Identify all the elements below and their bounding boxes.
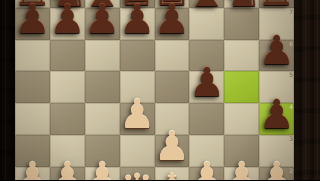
square-d7[interactable]: ♟ [120, 8, 155, 40]
piece-black-pawn-h6[interactable]: ♟ [259, 30, 295, 70]
piece-white-pawn-g2[interactable]: ♟ [224, 157, 260, 180]
square-d4[interactable]: ♟ [120, 103, 155, 135]
piece-black-pawn-d7[interactable]: ♟ [119, 0, 155, 39]
square-a6[interactable] [15, 40, 50, 72]
square-c7[interactable]: ♟ [85, 8, 120, 40]
square-d6[interactable] [120, 40, 155, 72]
square-e5[interactable] [155, 71, 190, 103]
square-e3[interactable]: ♟ [155, 135, 190, 167]
piece-black-rook-h8[interactable]: ♜ [257, 0, 296, 12]
square-h8[interactable]: ♜ [259, 0, 294, 8]
square-b4[interactable] [50, 103, 85, 135]
square-g8[interactable]: ♞ [224, 0, 259, 8]
square-c4[interactable] [85, 103, 120, 135]
square-g2[interactable]: ♟ [224, 167, 259, 181]
square-f4[interactable] [189, 103, 224, 135]
piece-black-pawn-c7[interactable]: ♟ [84, 0, 120, 39]
square-h2[interactable]: 2♟ [259, 167, 294, 181]
square-f8[interactable]: ♝ [189, 0, 224, 8]
square-a2[interactable]: ♟ [15, 167, 50, 181]
piece-white-pawn-h2[interactable]: ♟ [259, 157, 295, 180]
square-a5[interactable] [15, 71, 50, 103]
square-d3[interactable] [120, 135, 155, 167]
square-e7[interactable]: ♟ [155, 8, 190, 40]
piece-black-pawn-a7[interactable]: ♟ [15, 0, 51, 39]
square-b7[interactable]: ♟ [50, 8, 85, 40]
square-a4[interactable] [15, 103, 50, 135]
piece-black-pawn-b7[interactable]: ♟ [49, 0, 85, 39]
square-b6[interactable] [50, 40, 85, 72]
square-c5[interactable] [85, 71, 120, 103]
square-a7[interactable]: ♟ [15, 8, 50, 40]
piece-white-pawn-e3[interactable]: ♟ [154, 126, 190, 166]
square-g6[interactable] [224, 40, 259, 72]
square-b5[interactable] [50, 71, 85, 103]
piece-white-pawn-a2[interactable]: ♟ [15, 157, 51, 180]
square-f5[interactable]: ♟ [189, 71, 224, 103]
square-h4[interactable]: 4♟ [259, 103, 294, 135]
square-b2[interactable]: ♟ [50, 167, 85, 181]
piece-black-pawn-h4[interactable]: ♟ [259, 94, 295, 134]
square-h6[interactable]: 6♟ [259, 40, 294, 72]
piece-black-pawn-e7[interactable]: ♟ [154, 0, 190, 39]
square-g5[interactable] [224, 71, 259, 103]
square-c6[interactable] [85, 40, 120, 72]
app-screen: ♜♞♝♛♚♝♞♜♟♟♟♟♟76♟♟5♟4♟♟3♟♟♟♟♟2♟♜♞♝♛♚♝♜ [0, 0, 320, 180]
square-g4[interactable] [224, 103, 259, 135]
square-e6[interactable] [155, 40, 190, 72]
chess-board: ♜♞♝♛♚♝♞♜♟♟♟♟♟76♟♟5♟4♟♟3♟♟♟♟♟2♟♜♞♝♛♚♝♜ [15, 0, 294, 180]
piece-black-pawn-f5[interactable]: ♟ [189, 62, 225, 102]
piece-white-pawn-d4[interactable]: ♟ [119, 94, 155, 134]
